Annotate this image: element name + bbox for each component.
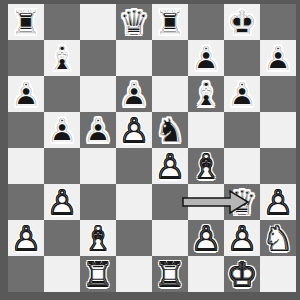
white-pawn[interactable]: ♟♙ bbox=[224, 220, 260, 256]
square-d1[interactable] bbox=[116, 256, 152, 292]
square-h4[interactable] bbox=[260, 148, 296, 184]
square-f1[interactable] bbox=[188, 256, 224, 292]
square-g7[interactable] bbox=[224, 40, 260, 76]
square-c6[interactable] bbox=[80, 76, 116, 112]
square-e2[interactable] bbox=[152, 220, 188, 256]
square-e4[interactable]: ♟♙ bbox=[152, 148, 188, 184]
black-knight[interactable]: ♞♘ bbox=[152, 112, 188, 148]
black-bishop[interactable]: ♝♗ bbox=[188, 76, 224, 112]
square-a8[interactable]: ♜♖ bbox=[8, 4, 44, 40]
square-e7[interactable] bbox=[152, 40, 188, 76]
white-pawn[interactable]: ♟♙ bbox=[8, 220, 44, 256]
white-rook[interactable]: ♜♖ bbox=[152, 256, 188, 292]
square-b7[interactable]: ♝♗ bbox=[44, 40, 80, 76]
black-rook[interactable]: ♜♖ bbox=[8, 4, 44, 40]
square-e1[interactable]: ♜♖ bbox=[152, 256, 188, 292]
white-pawn[interactable]: ♟♙ bbox=[152, 148, 188, 184]
square-f7[interactable]: ♟♙ bbox=[188, 40, 224, 76]
square-c8[interactable] bbox=[80, 4, 116, 40]
square-f8[interactable] bbox=[188, 4, 224, 40]
white-bishop[interactable]: ♝♗ bbox=[80, 220, 116, 256]
black-pawn[interactable]: ♟♙ bbox=[8, 76, 44, 112]
square-e3[interactable] bbox=[152, 184, 188, 220]
square-h6[interactable] bbox=[260, 76, 296, 112]
square-h5[interactable] bbox=[260, 112, 296, 148]
square-c2[interactable]: ♝♗ bbox=[80, 220, 116, 256]
black-rook[interactable]: ♜♖ bbox=[152, 4, 188, 40]
white-pawn[interactable]: ♟♙ bbox=[116, 112, 152, 148]
square-g1[interactable]: ♚♔ bbox=[224, 256, 260, 292]
square-c3[interactable] bbox=[80, 184, 116, 220]
square-b5[interactable]: ♟♙ bbox=[44, 112, 80, 148]
square-g5[interactable] bbox=[224, 112, 260, 148]
square-d4[interactable] bbox=[116, 148, 152, 184]
white-pawn[interactable]: ♟♙ bbox=[260, 184, 296, 220]
black-pawn[interactable]: ♟♙ bbox=[188, 40, 224, 76]
square-b3[interactable]: ♟♙ bbox=[44, 184, 80, 220]
square-d2[interactable] bbox=[116, 220, 152, 256]
square-a2[interactable]: ♟♙ bbox=[8, 220, 44, 256]
square-b2[interactable] bbox=[44, 220, 80, 256]
square-a3[interactable] bbox=[8, 184, 44, 220]
square-g6[interactable]: ♟♙ bbox=[224, 76, 260, 112]
black-pawn[interactable]: ♟♙ bbox=[80, 112, 116, 148]
square-c5[interactable]: ♟♙ bbox=[80, 112, 116, 148]
square-f3[interactable] bbox=[188, 184, 224, 220]
square-d6[interactable]: ♟♙ bbox=[116, 76, 152, 112]
square-b6[interactable] bbox=[44, 76, 80, 112]
square-d3[interactable] bbox=[116, 184, 152, 220]
square-g4[interactable] bbox=[224, 148, 260, 184]
square-c1[interactable]: ♜♖ bbox=[80, 256, 116, 292]
square-d5[interactable]: ♟♙ bbox=[116, 112, 152, 148]
square-a7[interactable] bbox=[8, 40, 44, 76]
square-h2[interactable]: ♞♘ bbox=[260, 220, 296, 256]
square-d8[interactable]: ♛♕ bbox=[116, 4, 152, 40]
square-f5[interactable] bbox=[188, 112, 224, 148]
black-queen[interactable]: ♛♕ bbox=[224, 184, 260, 220]
black-pawn[interactable]: ♟♙ bbox=[260, 40, 296, 76]
square-a4[interactable] bbox=[8, 148, 44, 184]
square-f2[interactable]: ♟♙ bbox=[188, 220, 224, 256]
square-h8[interactable] bbox=[260, 4, 296, 40]
black-queen[interactable]: ♛♕ bbox=[116, 4, 152, 40]
square-g3[interactable]: ♛♕ bbox=[224, 184, 260, 220]
square-e8[interactable]: ♜♖ bbox=[152, 4, 188, 40]
square-d7[interactable] bbox=[116, 40, 152, 76]
black-pawn[interactable]: ♟♙ bbox=[224, 76, 260, 112]
board-background: ♜♖♛♕♜♖♚♔♝♗♟♙♟♙♟♙♟♙♝♗♟♙♟♙♟♙♟♙♞♘♟♙♝♗♟♙♛♕♟♙… bbox=[0, 0, 300, 300]
square-c7[interactable] bbox=[80, 40, 116, 76]
square-a6[interactable]: ♟♙ bbox=[8, 76, 44, 112]
square-e6[interactable] bbox=[152, 76, 188, 112]
square-b8[interactable] bbox=[44, 4, 80, 40]
square-f6[interactable]: ♝♗ bbox=[188, 76, 224, 112]
square-e5[interactable]: ♞♘ bbox=[152, 112, 188, 148]
square-c4[interactable] bbox=[80, 148, 116, 184]
white-pawn[interactable]: ♟♙ bbox=[44, 184, 80, 220]
chess-board: ♜♖♛♕♜♖♚♔♝♗♟♙♟♙♟♙♟♙♝♗♟♙♟♙♟♙♟♙♞♘♟♙♝♗♟♙♛♕♟♙… bbox=[8, 4, 296, 292]
black-pawn[interactable]: ♟♙ bbox=[116, 76, 152, 112]
square-g8[interactable]: ♚♔ bbox=[224, 4, 260, 40]
black-pawn[interactable]: ♟♙ bbox=[44, 112, 80, 148]
white-bishop[interactable]: ♝♗ bbox=[188, 148, 224, 184]
square-b1[interactable] bbox=[44, 256, 80, 292]
square-b4[interactable] bbox=[44, 148, 80, 184]
square-h3[interactable]: ♟♙ bbox=[260, 184, 296, 220]
black-king[interactable]: ♚♔ bbox=[224, 4, 260, 40]
white-pawn[interactable]: ♟♙ bbox=[188, 220, 224, 256]
white-rook[interactable]: ♜♖ bbox=[80, 256, 116, 292]
square-g2[interactable]: ♟♙ bbox=[224, 220, 260, 256]
square-f4[interactable]: ♝♗ bbox=[188, 148, 224, 184]
white-knight[interactable]: ♞♘ bbox=[260, 220, 296, 256]
square-h7[interactable]: ♟♙ bbox=[260, 40, 296, 76]
black-bishop[interactable]: ♝♗ bbox=[44, 40, 80, 76]
square-a5[interactable] bbox=[8, 112, 44, 148]
white-king[interactable]: ♚♔ bbox=[224, 256, 260, 292]
square-h1[interactable] bbox=[260, 256, 296, 292]
square-a1[interactable] bbox=[8, 256, 44, 292]
